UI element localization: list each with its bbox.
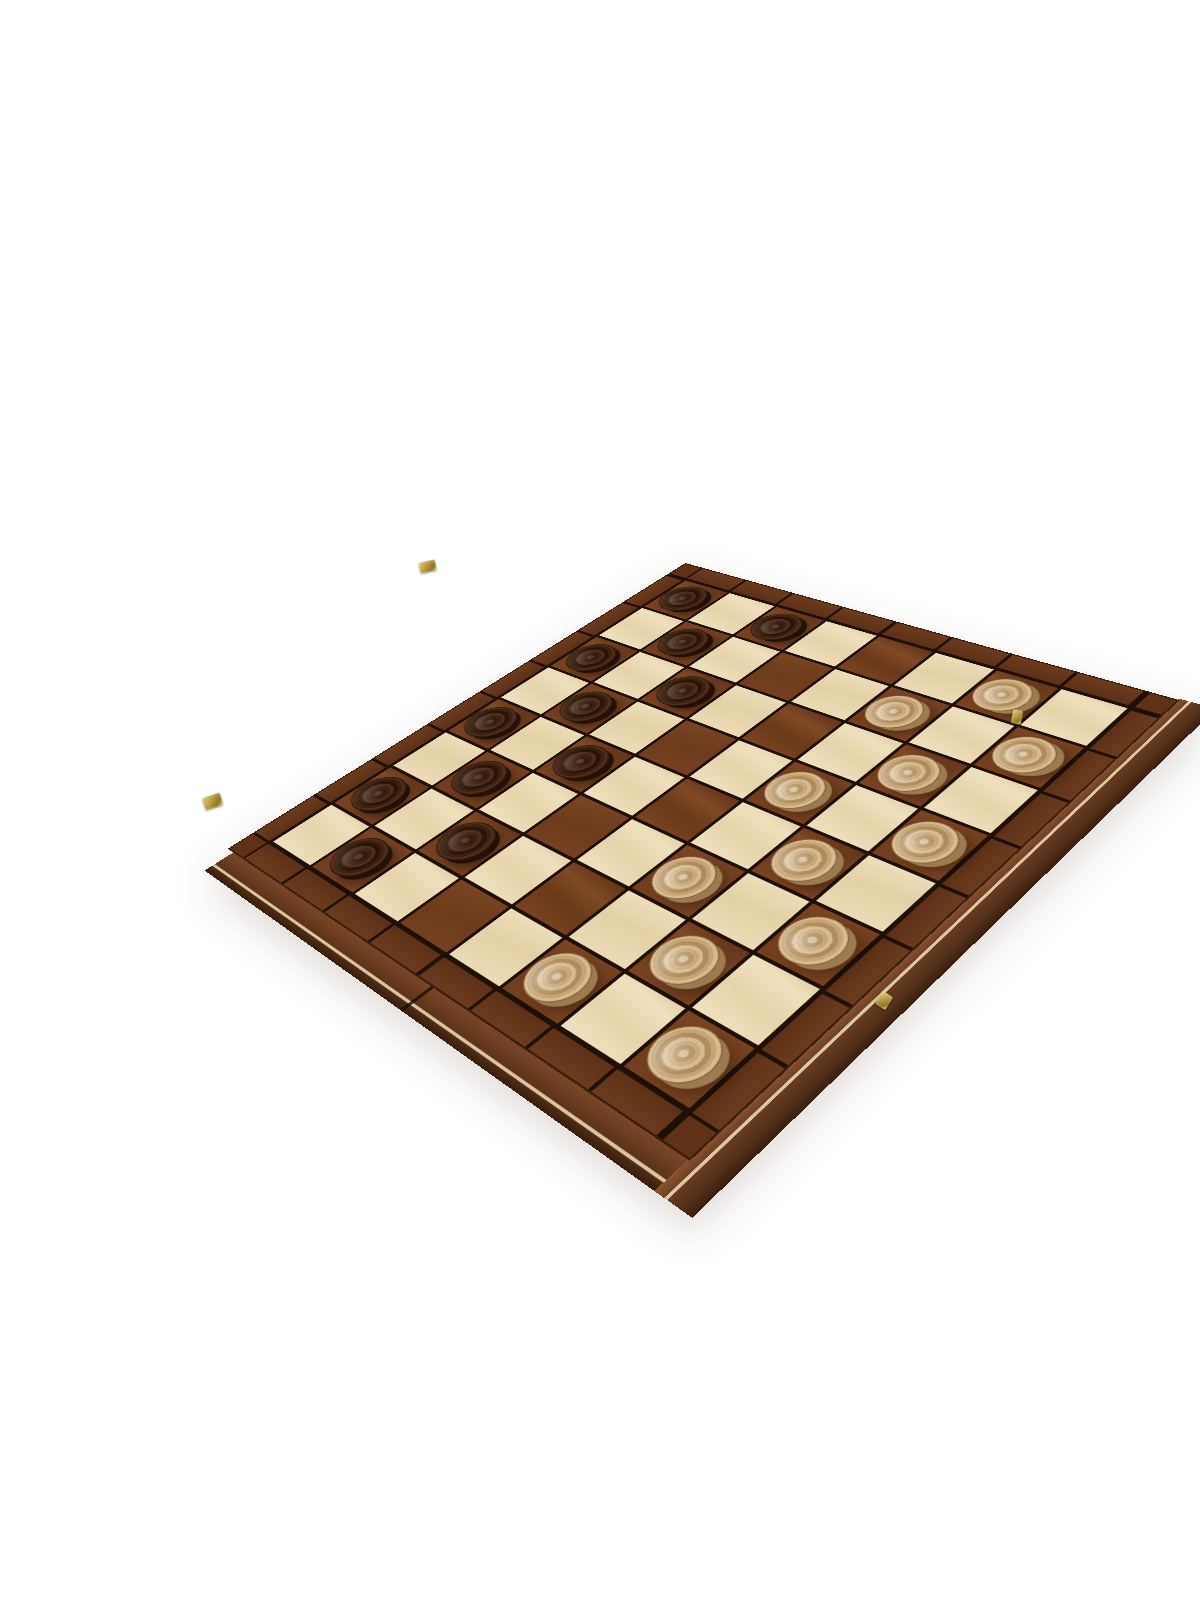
product-photo-scene	[0, 0, 1200, 1600]
brass-clasp-left-corner	[201, 792, 223, 810]
brass-clasp-upper-left	[418, 559, 437, 573]
board-plane	[230, 564, 1176, 1158]
